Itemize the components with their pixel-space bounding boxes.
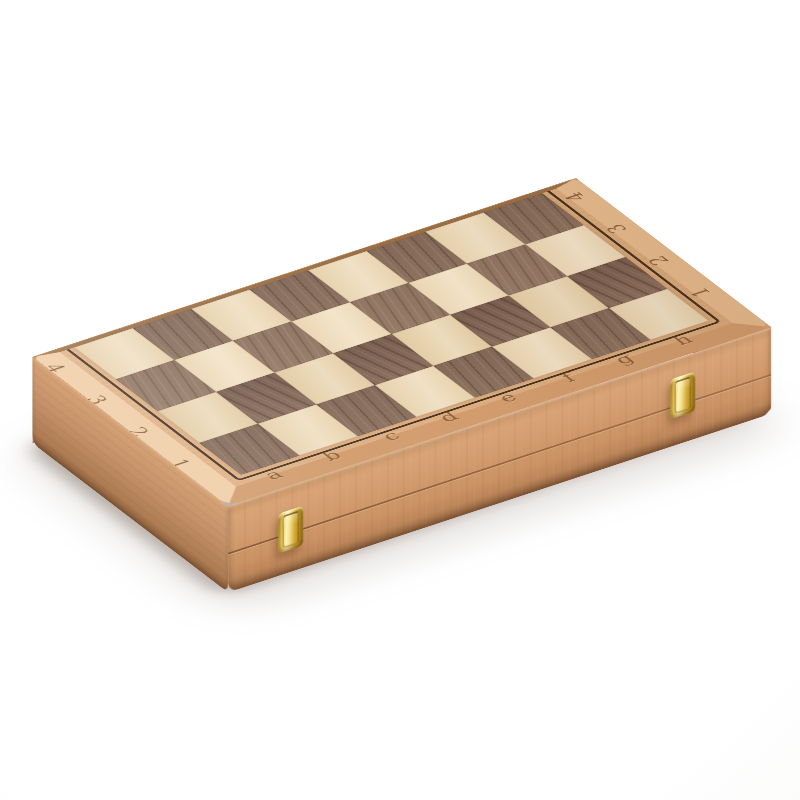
brass-clasp-left: [278, 506, 303, 554]
photo-canvas: abcdefgh43214321: [0, 0, 800, 800]
brass-clasp-right: [670, 371, 695, 419]
